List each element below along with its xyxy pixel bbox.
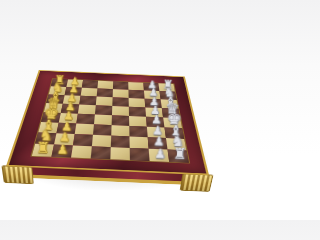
square-f4[interactable] xyxy=(93,124,112,135)
corner-foot-right xyxy=(180,173,214,192)
square-h4[interactable] xyxy=(91,146,111,159)
square-d4[interactable] xyxy=(95,105,112,115)
board-frame: ♜♟♟♜♞♟♟♞♝♟♟♝♛♟♟♛♚♟♟♚♝♟♟♝♞♟♟♞♜♟♟♜ xyxy=(6,70,209,175)
square-h2[interactable]: ♟ xyxy=(51,145,73,158)
square-d5[interactable] xyxy=(112,106,129,116)
square-e5[interactable] xyxy=(112,115,130,126)
piece-white-pawn-h2[interactable]: ♟ xyxy=(49,142,75,156)
square-h5[interactable] xyxy=(110,147,130,160)
product-photo-scene: ♜♟♟♜♞♟♟♞♝♟♟♝♛♟♟♛♚♟♟♚♝♟♟♝♞♟♟♞♜♟♟♜ xyxy=(0,0,220,220)
corner-foot-left xyxy=(1,165,33,184)
chess-board: ♜♟♟♜♞♟♟♞♝♟♟♝♛♟♟♛♚♟♟♚♝♟♟♝♞♟♟♞♜♟♟♜ xyxy=(6,70,209,175)
square-c5[interactable] xyxy=(112,97,129,106)
square-f5[interactable] xyxy=(111,125,129,136)
square-g5[interactable] xyxy=(111,136,130,148)
piece-black-rook-h8[interactable]: ♜ xyxy=(166,145,192,161)
square-g4[interactable] xyxy=(92,135,111,147)
square-c4[interactable] xyxy=(96,97,113,106)
square-h8[interactable]: ♜ xyxy=(168,150,189,163)
board-grid: ♜♟♟♜♞♟♟♞♝♟♟♝♛♟♟♛♚♟♟♚♝♟♟♝♞♟♟♞♜♟♟♜ xyxy=(32,79,189,163)
